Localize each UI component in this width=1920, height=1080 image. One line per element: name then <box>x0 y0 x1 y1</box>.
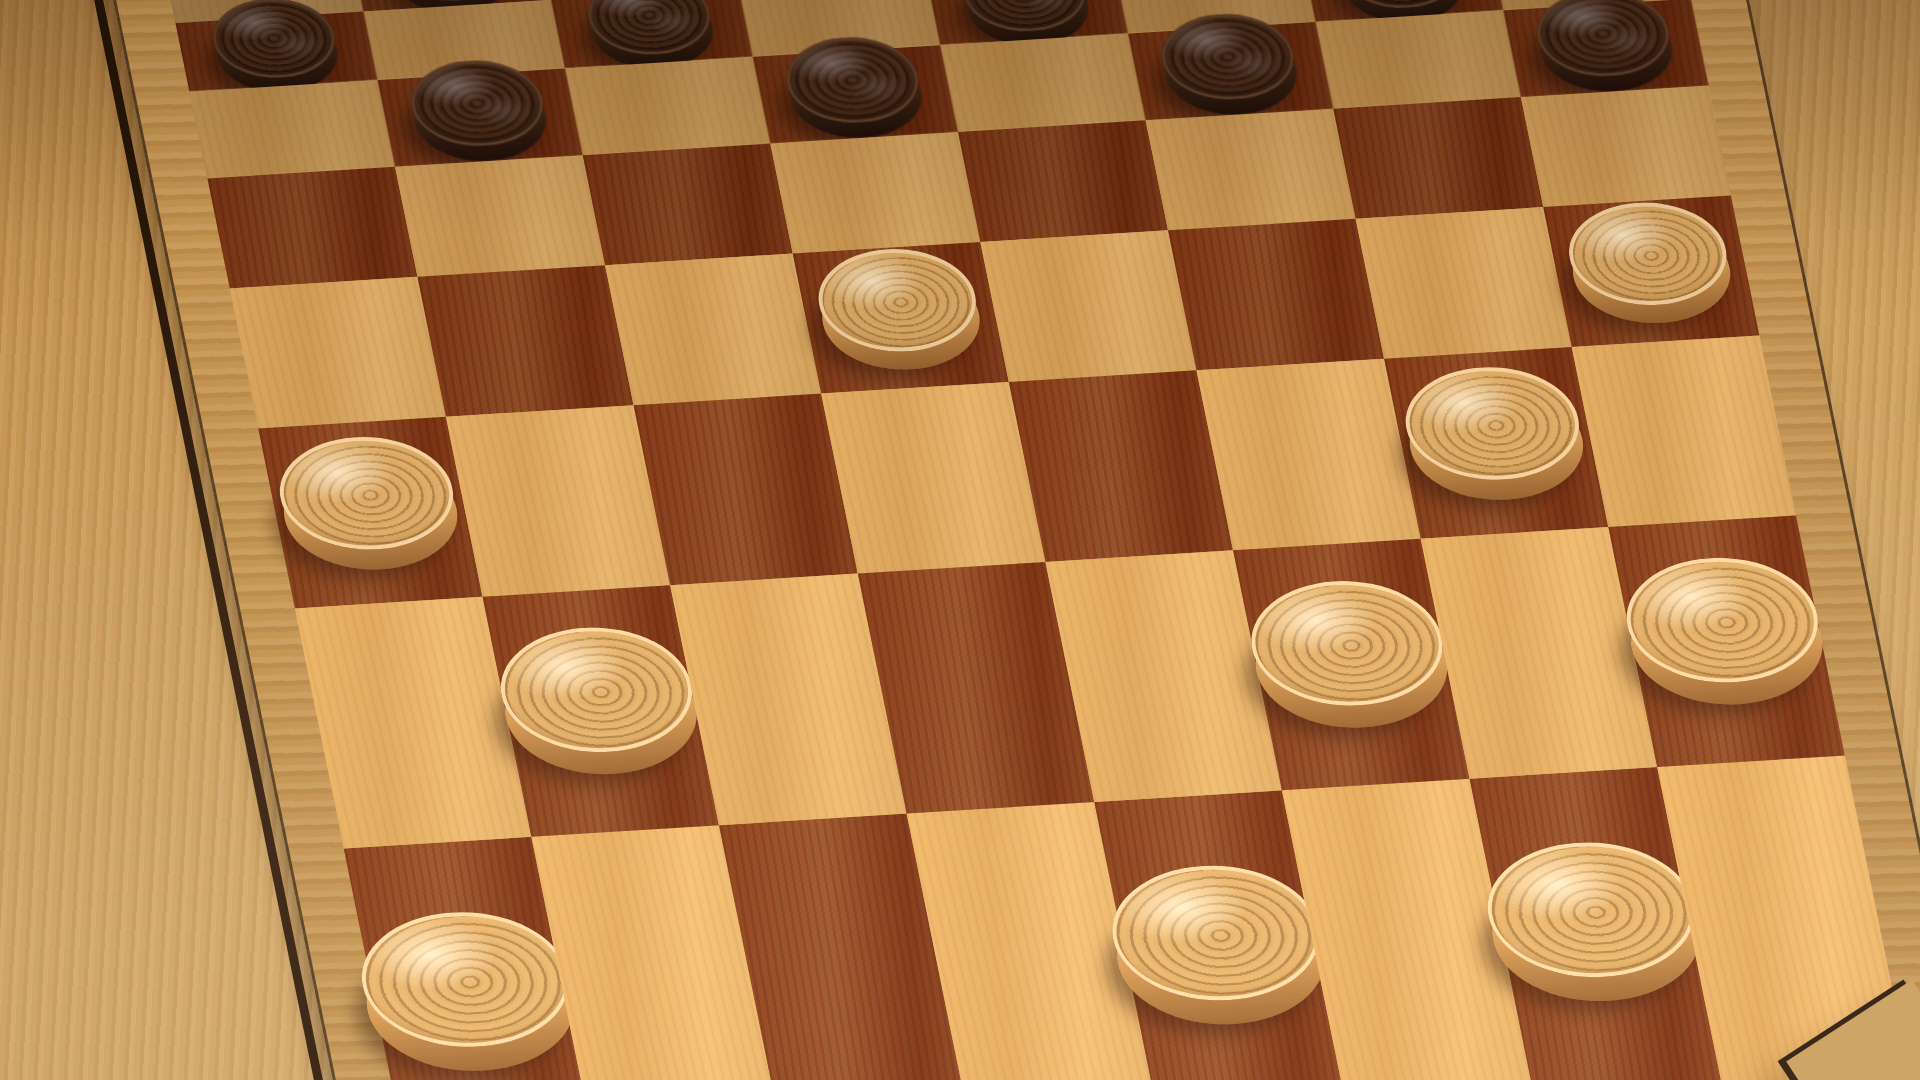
square-a5[interactable] <box>207 167 417 289</box>
square-h3[interactable] <box>1572 335 1796 527</box>
square-f3[interactable] <box>1196 359 1420 551</box>
square-g6[interactable] <box>1316 10 1521 109</box>
square-e6[interactable] <box>940 33 1145 132</box>
square-h4[interactable] <box>1543 195 1759 347</box>
square-f5[interactable] <box>1146 109 1356 231</box>
square-a4[interactable] <box>230 277 446 429</box>
light-checker-f2[interactable] <box>1240 575 1459 733</box>
light-checker-g3[interactable] <box>1395 362 1594 505</box>
light-checker-h4[interactable] <box>1559 198 1739 328</box>
square-g4[interactable] <box>1356 207 1572 359</box>
light-checker-d4[interactable] <box>809 245 989 375</box>
square-c3[interactable] <box>634 394 858 586</box>
dark-checker-f6[interactable] <box>1154 10 1305 118</box>
square-d6[interactable] <box>753 45 958 144</box>
square-a6[interactable] <box>190 80 395 179</box>
square-b3[interactable] <box>446 405 670 597</box>
square-d3[interactable] <box>821 382 1045 574</box>
square-b4[interactable] <box>417 265 633 417</box>
light-checker-h2[interactable] <box>1615 552 1834 710</box>
square-h5[interactable] <box>1521 85 1731 207</box>
checkers-board <box>95 0 1920 1080</box>
square-a3[interactable] <box>258 417 482 609</box>
light-checker-b2[interactable] <box>489 622 708 780</box>
square-e5[interactable] <box>958 120 1168 242</box>
square-a7[interactable] <box>176 12 377 92</box>
square-e3[interactable] <box>1009 370 1233 562</box>
square-f6[interactable] <box>1128 22 1333 121</box>
dark-checker-b6[interactable] <box>403 56 554 164</box>
square-c6[interactable] <box>565 57 770 156</box>
square-f4[interactable] <box>1168 219 1384 371</box>
square-d5[interactable] <box>770 132 980 254</box>
dark-checker-d6[interactable] <box>778 33 929 141</box>
square-b6[interactable] <box>377 68 582 167</box>
light-checker-a3[interactable] <box>269 432 468 575</box>
square-g3[interactable] <box>1384 347 1608 539</box>
dark-checker-a7[interactable] <box>206 0 345 95</box>
dark-checker-h6[interactable] <box>1529 0 1680 95</box>
square-b5[interactable] <box>395 155 605 277</box>
square-c5[interactable] <box>583 144 793 266</box>
square-e4[interactable] <box>980 230 1196 382</box>
square-c4[interactable] <box>605 254 821 406</box>
square-h6[interactable] <box>1503 0 1708 97</box>
square-d4[interactable] <box>793 242 1009 394</box>
square-g5[interactable] <box>1333 97 1543 219</box>
